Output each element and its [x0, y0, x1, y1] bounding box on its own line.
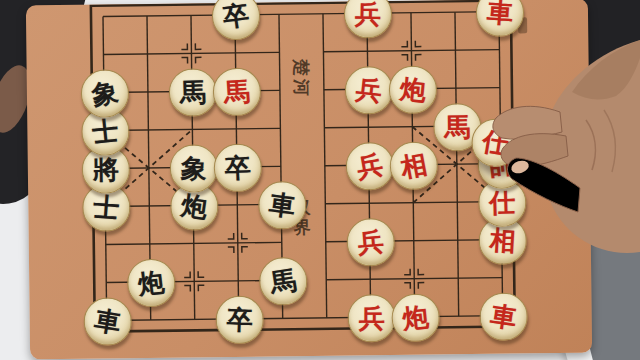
piece-glyph: 馬: [179, 75, 206, 111]
piece-glyph: 車: [267, 186, 297, 224]
piece-glyph: 象: [89, 74, 121, 113]
piece-glyph: 馬: [223, 74, 251, 111]
xiangqi-board[interactable]: 楚河 汉界 象士將士車炮馬象炮卒卒卒車馬馬兵兵兵兵兵炮相炮馬車仕帥仕相車: [26, 0, 592, 359]
piece-glyph: 兵: [356, 224, 385, 261]
piece-glyph: 卒: [224, 150, 252, 186]
piece-glyph: 相: [489, 222, 517, 258]
piece-glyph: 車: [486, 0, 515, 31]
piece-glyph: 兵: [359, 301, 385, 336]
piece-glyph: 炮: [401, 299, 430, 336]
piece-glyph: 兵: [354, 71, 384, 109]
piece-glyph: 將: [93, 152, 119, 187]
piece-glyph: 炮: [398, 71, 427, 108]
piece-glyph: 馬: [444, 110, 470, 145]
piece-glyph: 馬: [268, 262, 299, 301]
piece-glyph: 炮: [136, 264, 166, 302]
piece-glyph: 兵: [354, 147, 386, 186]
piece-glyph: 卒: [226, 302, 253, 338]
piece-glyph: 車: [488, 297, 519, 335]
piece-glyph: 士: [92, 189, 121, 226]
river-label-chu-he: 楚河: [292, 58, 310, 97]
piece-glyph: 卒: [221, 0, 251, 35]
photo-scene: 楚河 汉界 象士將士車炮馬象炮卒卒卒車馬馬兵兵兵兵兵炮相炮馬車仕帥仕相車: [0, 0, 640, 360]
piece-glyph: 兵: [355, 0, 382, 32]
piece-glyph: 車: [92, 302, 123, 341]
piece-glyph: 象: [180, 150, 208, 186]
piece-glyph: 炮: [179, 187, 210, 225]
piece-glyph: 相: [398, 146, 430, 185]
piece-glyph: 仕: [480, 123, 511, 162]
piece-glyph: 仕: [489, 185, 516, 221]
piece-glyph: 士: [91, 113, 120, 150]
